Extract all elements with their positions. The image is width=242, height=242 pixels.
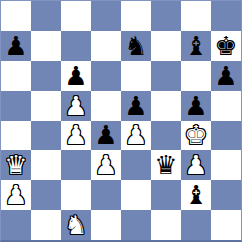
square-d6[interactable] bbox=[91, 61, 121, 91]
black-bishop-piece: ♝ bbox=[184, 182, 207, 208]
white-pawn-piece: ♟ bbox=[64, 93, 87, 119]
square-c5[interactable]: ♟ bbox=[61, 91, 91, 121]
square-d1[interactable] bbox=[91, 210, 121, 240]
square-h4[interactable] bbox=[211, 121, 241, 151]
square-a7[interactable]: ♟ bbox=[1, 31, 31, 61]
square-d2[interactable] bbox=[91, 180, 121, 210]
white-pawn-piece: ♟ bbox=[4, 182, 27, 208]
square-a8[interactable] bbox=[1, 1, 31, 31]
square-g4[interactable]: ♚ bbox=[181, 121, 211, 151]
square-h7[interactable]: ♚ bbox=[211, 31, 241, 61]
square-g8[interactable] bbox=[181, 1, 211, 31]
square-b5[interactable] bbox=[31, 91, 61, 121]
black-king-piece: ♚ bbox=[214, 33, 237, 59]
square-g7[interactable]: ♝ bbox=[181, 31, 211, 61]
square-h2[interactable] bbox=[211, 180, 241, 210]
black-pawn-piece: ♟ bbox=[4, 33, 27, 59]
white-king-piece: ♚ bbox=[184, 122, 207, 148]
square-b4[interactable] bbox=[31, 121, 61, 151]
white-queen-piece: ♛ bbox=[4, 152, 27, 178]
square-g1[interactable] bbox=[181, 210, 211, 240]
square-f2[interactable] bbox=[151, 180, 181, 210]
white-pawn-piece: ♟ bbox=[184, 152, 207, 178]
square-c6[interactable]: ♟ bbox=[61, 61, 91, 91]
white-pawn-piece: ♟ bbox=[124, 122, 147, 148]
square-d5[interactable] bbox=[91, 91, 121, 121]
white-knight-piece: ♞ bbox=[64, 212, 87, 238]
square-d4[interactable]: ♟ bbox=[91, 121, 121, 151]
square-c1[interactable]: ♞ bbox=[61, 210, 91, 240]
square-b7[interactable] bbox=[31, 31, 61, 61]
square-c7[interactable] bbox=[61, 31, 91, 61]
square-g5[interactable]: ♟ bbox=[181, 91, 211, 121]
square-a3[interactable]: ♛ bbox=[1, 150, 31, 180]
square-b1[interactable] bbox=[31, 210, 61, 240]
square-h8[interactable] bbox=[211, 1, 241, 31]
square-a5[interactable] bbox=[1, 91, 31, 121]
square-g2[interactable]: ♝ bbox=[181, 180, 211, 210]
chess-board: ♟♞♝♚♟♟♟♟♟♟♟♟♚♛♟♛♟♟♝♞ bbox=[0, 0, 242, 242]
square-d7[interactable] bbox=[91, 31, 121, 61]
square-e4[interactable]: ♟ bbox=[121, 121, 151, 151]
square-e8[interactable] bbox=[121, 1, 151, 31]
square-b3[interactable] bbox=[31, 150, 61, 180]
square-e5[interactable]: ♟ bbox=[121, 91, 151, 121]
square-a6[interactable] bbox=[1, 61, 31, 91]
square-f5[interactable] bbox=[151, 91, 181, 121]
square-b6[interactable] bbox=[31, 61, 61, 91]
square-a1[interactable] bbox=[1, 210, 31, 240]
square-h1[interactable] bbox=[211, 210, 241, 240]
black-pawn-piece: ♟ bbox=[124, 93, 147, 119]
square-e6[interactable] bbox=[121, 61, 151, 91]
square-f1[interactable] bbox=[151, 210, 181, 240]
square-c8[interactable] bbox=[61, 1, 91, 31]
square-c4[interactable]: ♟ bbox=[61, 121, 91, 151]
square-b2[interactable] bbox=[31, 180, 61, 210]
square-a4[interactable] bbox=[1, 121, 31, 151]
square-f3[interactable]: ♛ bbox=[151, 150, 181, 180]
white-pawn-piece: ♟ bbox=[64, 122, 87, 148]
square-e1[interactable] bbox=[121, 210, 151, 240]
black-knight-piece: ♞ bbox=[124, 33, 147, 59]
square-e2[interactable] bbox=[121, 180, 151, 210]
black-bishop-piece: ♝ bbox=[184, 33, 207, 59]
square-b8[interactable] bbox=[31, 1, 61, 31]
square-h6[interactable]: ♟ bbox=[211, 61, 241, 91]
black-pawn-piece: ♟ bbox=[184, 93, 207, 119]
square-a2[interactable]: ♟ bbox=[1, 180, 31, 210]
square-h3[interactable] bbox=[211, 150, 241, 180]
square-g6[interactable] bbox=[181, 61, 211, 91]
square-f4[interactable] bbox=[151, 121, 181, 151]
square-e7[interactable]: ♞ bbox=[121, 31, 151, 61]
black-pawn-piece: ♟ bbox=[64, 63, 87, 89]
square-d8[interactable] bbox=[91, 1, 121, 31]
square-e3[interactable] bbox=[121, 150, 151, 180]
square-f8[interactable] bbox=[151, 1, 181, 31]
black-pawn-piece: ♟ bbox=[94, 122, 117, 148]
square-c3[interactable] bbox=[61, 150, 91, 180]
square-f7[interactable] bbox=[151, 31, 181, 61]
square-d3[interactable]: ♟ bbox=[91, 150, 121, 180]
white-pawn-piece: ♟ bbox=[94, 152, 117, 178]
square-g3[interactable]: ♟ bbox=[181, 150, 211, 180]
square-h5[interactable] bbox=[211, 91, 241, 121]
square-c2[interactable] bbox=[61, 180, 91, 210]
black-pawn-piece: ♟ bbox=[214, 63, 237, 89]
square-f6[interactable] bbox=[151, 61, 181, 91]
black-queen-piece: ♛ bbox=[154, 152, 177, 178]
